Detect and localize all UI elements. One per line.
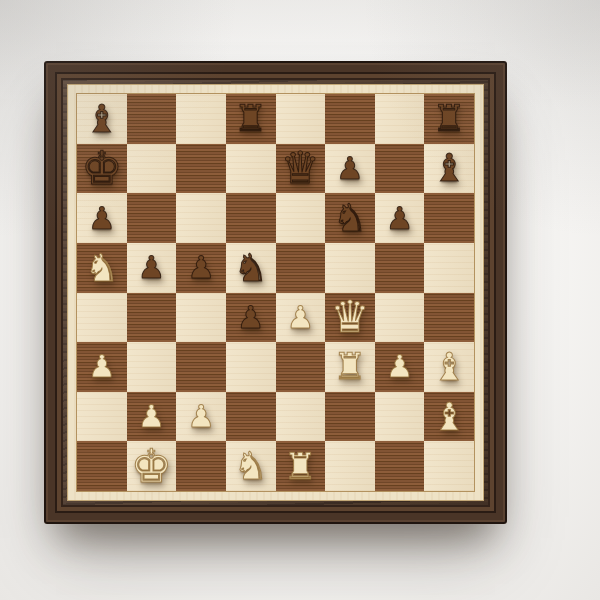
square-d3[interactable] bbox=[226, 342, 276, 392]
square-g8[interactable] bbox=[375, 94, 425, 144]
square-e4[interactable]: ♟ bbox=[276, 293, 326, 343]
square-b5[interactable]: ♟ bbox=[127, 243, 177, 293]
square-f8[interactable] bbox=[325, 94, 375, 144]
black-pawn-piece[interactable]: ♟ bbox=[237, 302, 265, 333]
square-c7[interactable] bbox=[176, 144, 226, 194]
square-e2[interactable] bbox=[276, 392, 326, 442]
square-b7[interactable] bbox=[127, 144, 177, 194]
black-bishop-piece[interactable]: ♝ bbox=[85, 100, 119, 138]
square-a2[interactable] bbox=[77, 392, 127, 442]
square-c5[interactable]: ♟ bbox=[176, 243, 226, 293]
square-c1[interactable] bbox=[176, 441, 226, 491]
chess-board-frame: ♝♜♜♚♛♟♝♟♞♟♞♟♟♞♟♟♛♟♜♟♝♟♟♝♚♞♜ bbox=[44, 61, 507, 524]
square-g3[interactable]: ♟ bbox=[375, 342, 425, 392]
square-h7[interactable]: ♝ bbox=[424, 144, 474, 194]
square-h3[interactable]: ♝ bbox=[424, 342, 474, 392]
white-rook-piece[interactable]: ♜ bbox=[333, 348, 366, 385]
square-d5[interactable]: ♞ bbox=[226, 243, 276, 293]
square-d1[interactable]: ♞ bbox=[226, 441, 276, 491]
square-g5[interactable] bbox=[375, 243, 425, 293]
black-pawn-piece[interactable]: ♟ bbox=[386, 203, 414, 234]
square-d7[interactable] bbox=[226, 144, 276, 194]
black-rook-piece[interactable]: ♜ bbox=[433, 100, 466, 137]
square-h6[interactable] bbox=[424, 193, 474, 243]
white-rook-piece[interactable]: ♜ bbox=[284, 448, 317, 485]
square-g2[interactable] bbox=[375, 392, 425, 442]
square-h5[interactable] bbox=[424, 243, 474, 293]
square-e6[interactable] bbox=[276, 193, 326, 243]
square-b8[interactable] bbox=[127, 94, 177, 144]
black-knight-piece[interactable]: ♞ bbox=[333, 199, 367, 237]
black-pawn-piece[interactable]: ♟ bbox=[138, 252, 166, 283]
white-pawn-piece[interactable]: ♟ bbox=[88, 351, 116, 382]
white-knight-piece[interactable]: ♞ bbox=[85, 249, 119, 287]
square-c4[interactable] bbox=[176, 293, 226, 343]
white-knight-piece[interactable]: ♞ bbox=[234, 447, 268, 485]
white-pawn-piece[interactable]: ♟ bbox=[187, 401, 215, 432]
square-f7[interactable]: ♟ bbox=[325, 144, 375, 194]
square-d4[interactable]: ♟ bbox=[226, 293, 276, 343]
square-e1[interactable]: ♜ bbox=[276, 441, 326, 491]
square-d6[interactable] bbox=[226, 193, 276, 243]
square-a4[interactable] bbox=[77, 293, 127, 343]
white-queen-piece[interactable]: ♛ bbox=[330, 295, 369, 339]
square-f6[interactable]: ♞ bbox=[325, 193, 375, 243]
square-a8[interactable]: ♝ bbox=[77, 94, 127, 144]
square-c2[interactable]: ♟ bbox=[176, 392, 226, 442]
white-pawn-piece[interactable]: ♟ bbox=[286, 302, 314, 333]
product-photo-background: ♝♜♜♚♛♟♝♟♞♟♞♟♟♞♟♟♛♟♜♟♝♟♟♝♚♞♜ bbox=[0, 0, 600, 600]
black-rook-piece[interactable]: ♜ bbox=[234, 100, 267, 137]
square-f2[interactable] bbox=[325, 392, 375, 442]
black-knight-piece[interactable]: ♞ bbox=[234, 249, 268, 287]
square-g6[interactable]: ♟ bbox=[375, 193, 425, 243]
white-bishop-piece[interactable]: ♝ bbox=[432, 348, 466, 386]
square-g7[interactable] bbox=[375, 144, 425, 194]
square-h8[interactable]: ♜ bbox=[424, 94, 474, 144]
square-e8[interactable] bbox=[276, 94, 326, 144]
square-f3[interactable]: ♜ bbox=[325, 342, 375, 392]
square-e5[interactable] bbox=[276, 243, 326, 293]
white-bishop-piece[interactable]: ♝ bbox=[432, 398, 466, 436]
square-a3[interactable]: ♟ bbox=[77, 342, 127, 392]
black-pawn-piece[interactable]: ♟ bbox=[336, 153, 364, 184]
square-b6[interactable] bbox=[127, 193, 177, 243]
square-d2[interactable] bbox=[226, 392, 276, 442]
square-c6[interactable] bbox=[176, 193, 226, 243]
square-f4[interactable]: ♛ bbox=[325, 293, 375, 343]
square-d8[interactable]: ♜ bbox=[226, 94, 276, 144]
white-pawn-piece[interactable]: ♟ bbox=[386, 351, 414, 382]
square-b4[interactable] bbox=[127, 293, 177, 343]
black-pawn-piece[interactable]: ♟ bbox=[88, 203, 116, 234]
square-c8[interactable] bbox=[176, 94, 226, 144]
square-a7[interactable]: ♚ bbox=[77, 144, 127, 194]
square-a1[interactable] bbox=[77, 441, 127, 491]
square-b3[interactable] bbox=[127, 342, 177, 392]
square-e7[interactable]: ♛ bbox=[276, 144, 326, 194]
square-b1[interactable]: ♚ bbox=[127, 441, 177, 491]
square-h2[interactable]: ♝ bbox=[424, 392, 474, 442]
square-b2[interactable]: ♟ bbox=[127, 392, 177, 442]
square-g1[interactable] bbox=[375, 441, 425, 491]
square-h1[interactable] bbox=[424, 441, 474, 491]
square-e3[interactable] bbox=[276, 342, 326, 392]
square-c3[interactable] bbox=[176, 342, 226, 392]
square-a6[interactable]: ♟ bbox=[77, 193, 127, 243]
chess-board: ♝♜♜♚♛♟♝♟♞♟♞♟♟♞♟♟♛♟♜♟♝♟♟♝♚♞♜ bbox=[77, 94, 474, 491]
black-bishop-piece[interactable]: ♝ bbox=[432, 149, 466, 187]
board-maple-margin: ♝♜♜♚♛♟♝♟♞♟♞♟♟♞♟♟♛♟♜♟♝♟♟♝♚♞♜ bbox=[67, 84, 484, 501]
square-g4[interactable] bbox=[375, 293, 425, 343]
black-king-piece[interactable]: ♚ bbox=[81, 145, 122, 191]
square-a5[interactable]: ♞ bbox=[77, 243, 127, 293]
square-h4[interactable] bbox=[424, 293, 474, 343]
black-pawn-piece[interactable]: ♟ bbox=[187, 252, 215, 283]
black-queen-piece[interactable]: ♛ bbox=[281, 146, 320, 190]
square-f5[interactable] bbox=[325, 243, 375, 293]
white-king-piece[interactable]: ♚ bbox=[131, 443, 172, 489]
white-pawn-piece[interactable]: ♟ bbox=[138, 401, 166, 432]
square-f1[interactable] bbox=[325, 441, 375, 491]
